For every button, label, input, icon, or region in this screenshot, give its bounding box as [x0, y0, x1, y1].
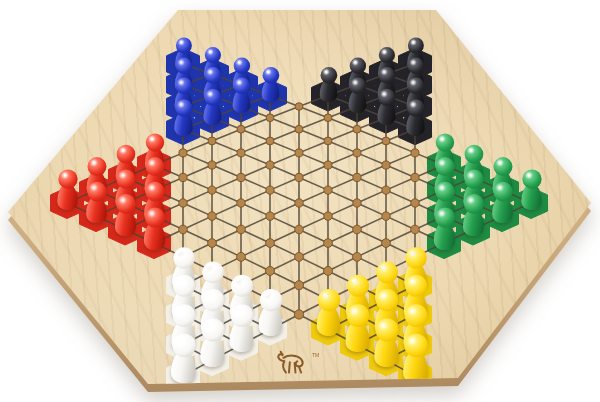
red-peg-head	[145, 133, 163, 151]
blue-peg-head	[233, 57, 249, 73]
white-peg-head	[200, 319, 223, 342]
green-peg-head	[493, 157, 512, 176]
green-peg-head	[521, 169, 540, 188]
black-peg-head	[407, 37, 423, 53]
red-peg-head	[86, 182, 106, 202]
peg-green[interactable]	[519, 169, 543, 210]
green-peg-head	[434, 182, 454, 202]
peg-red[interactable]	[113, 195, 138, 237]
green-peg-head	[463, 169, 482, 188]
peg-black[interactable]	[346, 78, 367, 114]
yellow-peg-head	[404, 247, 425, 268]
white-peg-head	[259, 289, 281, 311]
peg-white[interactable]	[256, 289, 284, 336]
green-peg-head	[435, 157, 454, 176]
chinese-checkers-board: TM muma	[0, 0, 600, 402]
black-peg-head	[349, 57, 365, 73]
white-peg-head	[172, 304, 195, 327]
red-peg-head	[144, 182, 164, 202]
yellow-peg-head	[375, 261, 397, 283]
red-peg-head	[115, 169, 134, 188]
peg-yellow[interactable]	[343, 304, 371, 352]
yellow-peg-head	[404, 304, 427, 327]
peg-black[interactable]	[318, 67, 339, 102]
peg-green[interactable]	[431, 207, 456, 250]
peg-black[interactable]	[375, 89, 397, 125]
pegs-layer	[0, 0, 600, 402]
peg-black[interactable]	[404, 99, 426, 136]
peg-yellow[interactable]	[400, 333, 429, 382]
red-peg-head	[144, 207, 164, 227]
red-peg-head	[57, 169, 76, 188]
peg-yellow[interactable]	[314, 289, 342, 336]
black-peg-head	[378, 47, 394, 63]
green-peg-head	[492, 182, 512, 202]
blue-peg-head	[175, 37, 191, 53]
red-peg-head	[145, 157, 164, 176]
yellow-peg-head	[346, 304, 369, 327]
yellow-peg-head	[375, 289, 397, 311]
yellow-peg-head	[403, 333, 427, 357]
peg-red[interactable]	[84, 182, 109, 223]
green-peg-head	[434, 207, 454, 227]
peg-blue[interactable]	[230, 78, 251, 114]
red-peg-head	[87, 157, 106, 176]
black-peg-head	[407, 57, 423, 73]
photo-background: TM muma	[0, 0, 600, 402]
white-peg-head	[201, 289, 223, 311]
green-peg-head	[435, 133, 453, 151]
white-peg-head	[201, 261, 223, 283]
white-peg-head	[230, 304, 253, 327]
peg-green[interactable]	[461, 195, 486, 237]
blue-peg-head	[203, 89, 220, 106]
yellow-peg-head	[317, 289, 339, 311]
peg-yellow[interactable]	[372, 319, 401, 368]
black-peg-head	[377, 89, 394, 106]
peg-blue[interactable]	[201, 89, 223, 125]
horse-logo-icon	[268, 350, 316, 376]
peg-blue[interactable]	[260, 67, 281, 102]
peg-blue[interactable]	[172, 99, 194, 136]
white-peg-head	[172, 247, 193, 268]
trademark-symbol: TM	[312, 352, 319, 358]
blue-peg-head	[175, 57, 191, 73]
peg-white[interactable]	[227, 304, 255, 352]
white-peg-head	[171, 333, 195, 357]
yellow-peg-head	[374, 319, 397, 342]
peg-red[interactable]	[55, 169, 79, 210]
peg-red[interactable]	[141, 207, 166, 250]
blue-peg-head	[204, 47, 220, 63]
peg-white[interactable]	[198, 319, 227, 368]
board-wrap: TM muma	[0, 0, 600, 402]
peg-green[interactable]	[490, 182, 515, 223]
peg-white[interactable]	[168, 333, 197, 382]
